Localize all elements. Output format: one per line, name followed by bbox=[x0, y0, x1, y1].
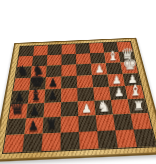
black-pawn-piece: ♟ bbox=[45, 77, 61, 89]
board-square bbox=[44, 102, 62, 117]
board-square bbox=[96, 114, 116, 131]
chess-board-grid: ♝♛♞♞♟♚♚♟♟♟♟♝♟♟♝♛♟♟♞♜♟♜ bbox=[2, 41, 156, 154]
white-knight-piece: ♞ bbox=[95, 98, 113, 114]
board-square bbox=[61, 116, 79, 133]
board-square: ♟ bbox=[91, 63, 107, 75]
board-square: ♟ bbox=[78, 101, 96, 116]
board-square bbox=[113, 114, 133, 131]
black-pawn-piece: ♟ bbox=[24, 120, 43, 133]
board-square bbox=[61, 76, 77, 89]
board-square bbox=[79, 131, 99, 149]
black-bishop-piece: ♝ bbox=[27, 87, 44, 102]
black-queen-piece: ♛ bbox=[8, 100, 26, 118]
white-pawn-piece: ♟ bbox=[110, 87, 127, 99]
board-square: ♜ bbox=[128, 99, 148, 114]
board-square bbox=[3, 134, 24, 152]
board-square bbox=[41, 133, 60, 151]
white-rook-piece: ♜ bbox=[130, 99, 148, 113]
board-square bbox=[92, 74, 109, 87]
board-square bbox=[61, 88, 78, 102]
board-square: ♜ bbox=[43, 117, 61, 134]
board-square bbox=[77, 87, 94, 101]
board-square bbox=[47, 55, 62, 66]
board-square: ♟ bbox=[45, 76, 61, 89]
board-square bbox=[77, 75, 93, 88]
board-square: ♟ bbox=[26, 103, 44, 118]
board-square bbox=[47, 45, 61, 55]
board-square bbox=[76, 53, 91, 64]
board-square: ♟ bbox=[44, 89, 61, 103]
white-pawn-piece: ♟ bbox=[91, 63, 107, 74]
board-square bbox=[76, 64, 92, 76]
white-pawn-piece: ♟ bbox=[78, 102, 96, 115]
board-square bbox=[78, 115, 97, 132]
board-square bbox=[89, 43, 104, 53]
white-bishop-piece: ♝ bbox=[127, 83, 144, 98]
board-square bbox=[130, 113, 151, 130]
white-king-piece: ♚ bbox=[122, 56, 138, 73]
black-rook-piece: ♜ bbox=[42, 118, 61, 132]
board-square: ♟ bbox=[24, 118, 43, 135]
board-square: ♞ bbox=[94, 100, 113, 115]
board-square: ♝ bbox=[28, 90, 45, 104]
board-square bbox=[61, 132, 80, 150]
board-square: ♟ bbox=[107, 74, 125, 87]
chess-board-scene: ♝♛♞♞♟♚♚♟♟♟♟♝♟♟♝♛♟♟♞♜♟♜ bbox=[2, 19, 153, 149]
board-frame: ♝♛♞♞♟♚♚♟♟♟♟♝♟♟♝♛♟♟♞♜♟♜ bbox=[0, 38, 156, 162]
board-square bbox=[134, 129, 156, 147]
board-square: ♝ bbox=[104, 52, 120, 63]
white-pawn-piece: ♟ bbox=[109, 74, 125, 86]
white-bishop-piece: ♝ bbox=[105, 49, 120, 63]
photo-background: ♝♛♞♞♟♚♚♟♟♟♟♝♟♟♝♛♟♟♞♜♟♜ bbox=[0, 0, 156, 164]
board-square bbox=[62, 44, 76, 54]
black-pawn-piece: ♟ bbox=[26, 105, 44, 118]
board-square bbox=[22, 133, 42, 151]
board-square bbox=[61, 54, 76, 65]
board-square bbox=[115, 130, 137, 148]
board-square bbox=[97, 130, 118, 148]
board-square bbox=[61, 101, 78, 116]
board-square bbox=[61, 64, 76, 76]
black-pawn-piece: ♟ bbox=[44, 90, 61, 102]
